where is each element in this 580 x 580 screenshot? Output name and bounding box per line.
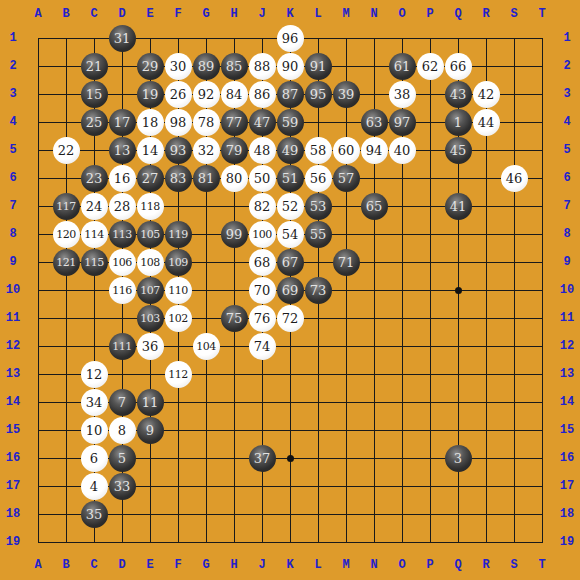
stone-black[interactable]: 43: [445, 81, 472, 108]
move-number: 74: [254, 340, 271, 353]
move-number: 120: [56, 229, 76, 240]
move-number: 73: [310, 284, 327, 297]
stone-black[interactable]: 33: [109, 473, 136, 500]
move-number: 26: [170, 88, 187, 101]
stone-black[interactable]: 27: [137, 165, 164, 192]
stone-black[interactable]: 51: [277, 165, 304, 192]
move-number: 36: [142, 340, 159, 353]
move-number: 39: [338, 88, 355, 101]
stone-black[interactable]: 45: [445, 137, 472, 164]
stone-black[interactable]: 121: [53, 249, 80, 276]
stone-black[interactable]: 93: [165, 137, 192, 164]
stone-white[interactable]: 100: [249, 221, 276, 248]
move-number: 91: [310, 60, 327, 73]
stone-white[interactable]: 112: [165, 361, 192, 388]
move-number: 103: [140, 313, 160, 324]
stone-black[interactable]: 105: [137, 221, 164, 248]
stone-white[interactable]: 6: [81, 445, 108, 472]
coord-label: 12: [0, 332, 26, 360]
stone-black[interactable]: 35: [81, 501, 108, 528]
move-number: 41: [450, 200, 467, 213]
move-number: 89: [198, 60, 215, 73]
move-number: 59: [282, 116, 299, 129]
coord-label: 16: [0, 444, 26, 472]
stone-white[interactable]: 18: [137, 109, 164, 136]
stone-black[interactable]: 11: [137, 389, 164, 416]
stone-white[interactable]: 30: [165, 53, 192, 80]
move-number: 118: [140, 201, 160, 212]
move-number: 11: [142, 396, 159, 409]
coord-label: 12: [554, 332, 580, 360]
stone-white[interactable]: 36: [137, 333, 164, 360]
move-number: 37: [254, 452, 271, 465]
stone-black[interactable]: 109: [165, 249, 192, 276]
move-number: 54: [282, 228, 299, 241]
go-board[interactable]: 1345678910111213141516171819212223242526…: [24, 24, 556, 556]
stone-white[interactable]: 16: [109, 165, 136, 192]
move-number: 105: [140, 229, 160, 240]
stone-black[interactable]: 99: [221, 221, 248, 248]
move-number: 92: [198, 88, 215, 101]
stone-black[interactable]: 83: [165, 165, 192, 192]
move-number: 31: [114, 32, 131, 45]
move-number: 23: [86, 172, 103, 185]
coord-label: 3: [0, 80, 26, 108]
move-number: 15: [86, 88, 103, 101]
move-number: 63: [366, 116, 383, 129]
move-number: 72: [282, 312, 299, 325]
stone-black[interactable]: 5: [109, 445, 136, 472]
coord-label: 13: [554, 360, 580, 388]
move-number: 25: [86, 116, 103, 129]
move-number: 55: [310, 228, 327, 241]
move-number: 79: [226, 144, 243, 157]
move-number: 45: [450, 144, 467, 157]
coord-label: 4: [554, 108, 580, 136]
move-number: 114: [84, 229, 104, 240]
stone-black[interactable]: 107: [137, 277, 164, 304]
stone-white[interactable]: 110: [165, 277, 192, 304]
stone-black[interactable]: 117: [53, 193, 80, 220]
move-number: 33: [114, 480, 131, 493]
stone-black[interactable]: 3: [445, 445, 472, 472]
coord-label: 2: [0, 52, 26, 80]
coord-label: 14: [554, 388, 580, 416]
stone-white[interactable]: 84: [221, 81, 248, 108]
stone-white[interactable]: 120: [53, 221, 80, 248]
move-number: 12: [86, 368, 103, 381]
row-labels-left: 12345678910111213141516171819: [0, 24, 26, 556]
move-number: 117: [56, 201, 76, 212]
move-number: 57: [338, 172, 355, 185]
go-board-screen: ABCDEFGHJKLMNOPQRST ABCDEFGHJKLMNOPQRST …: [0, 0, 580, 580]
move-number: 3: [454, 452, 462, 465]
stone-white[interactable]: 56: [305, 165, 332, 192]
coord-label: 15: [0, 416, 26, 444]
move-number: 94: [366, 144, 383, 157]
move-number: 76: [254, 312, 271, 325]
stone-black[interactable]: 87: [277, 81, 304, 108]
move-number: 98: [170, 116, 187, 129]
move-number: 96: [282, 32, 299, 45]
move-number: 49: [282, 144, 299, 157]
move-number: 52: [282, 200, 299, 213]
stone-white[interactable]: 38: [389, 81, 416, 108]
stone-white[interactable]: 24: [81, 193, 108, 220]
stone-white[interactable]: 14: [137, 137, 164, 164]
move-number: 56: [310, 172, 327, 185]
stone-black[interactable]: 17: [109, 109, 136, 136]
move-number: 86: [254, 88, 271, 101]
move-number: 21: [86, 60, 103, 73]
move-number: 8: [118, 424, 126, 437]
stone-white[interactable]: 50: [249, 165, 276, 192]
move-number: 107: [140, 285, 160, 296]
stone-white[interactable]: 44: [473, 109, 500, 136]
move-number: 44: [478, 116, 495, 129]
stone-black[interactable]: 23: [81, 165, 108, 192]
coord-label: 17: [554, 472, 580, 500]
move-number: 4: [90, 480, 98, 493]
stone-white[interactable]: 72: [277, 305, 304, 332]
move-number: 69: [282, 284, 299, 297]
move-number: 10: [86, 424, 103, 437]
move-number: 81: [198, 172, 215, 185]
coord-label: 14: [0, 388, 26, 416]
stone-white[interactable]: 96: [277, 25, 304, 52]
row-labels-right: 12345678910111213141516171819: [554, 24, 580, 556]
stone-black[interactable]: 75: [221, 305, 248, 332]
move-number: 83: [170, 172, 187, 185]
stone-white[interactable]: 10: [81, 417, 108, 444]
stone-white[interactable]: 80: [221, 165, 248, 192]
stone-black[interactable]: 77: [221, 109, 248, 136]
stone-white[interactable]: 42: [473, 81, 500, 108]
stone-white[interactable]: 32: [193, 137, 220, 164]
move-number: 78: [198, 116, 215, 129]
stone-white[interactable]: 26: [165, 81, 192, 108]
coord-label: 7: [554, 192, 580, 220]
move-number: 100: [252, 229, 272, 240]
move-number: 102: [168, 313, 188, 324]
coord-label: 2: [554, 52, 580, 80]
coord-label: 18: [0, 500, 26, 528]
stone-white[interactable]: 12: [81, 361, 108, 388]
stone-black[interactable]: 115: [81, 249, 108, 276]
stone-black[interactable]: 29: [137, 53, 164, 80]
move-number: 97: [394, 116, 411, 129]
move-number: 111: [112, 341, 132, 352]
move-number: 30: [170, 60, 187, 73]
move-number: 71: [338, 256, 355, 269]
stone-white[interactable]: 34: [81, 389, 108, 416]
stone-black[interactable]: 49: [277, 137, 304, 164]
move-number: 9: [146, 424, 154, 437]
stone-black[interactable]: 89: [193, 53, 220, 80]
move-number: 32: [198, 144, 215, 157]
move-number: 1: [454, 116, 462, 129]
stone-black[interactable]: 79: [221, 137, 248, 164]
stone-white[interactable]: 76: [249, 305, 276, 332]
stone-black[interactable]: 13: [109, 137, 136, 164]
stone-black[interactable]: 55: [305, 221, 332, 248]
stone-white[interactable]: 70: [249, 277, 276, 304]
stone-black[interactable]: 81: [193, 165, 220, 192]
stone-white[interactable]: 62: [417, 53, 444, 80]
stone-black[interactable]: 7: [109, 389, 136, 416]
stone-black[interactable]: 19: [137, 81, 164, 108]
move-number: 95: [310, 88, 327, 101]
stone-black[interactable]: 97: [389, 109, 416, 136]
move-number: 50: [254, 172, 271, 185]
move-number: 53: [310, 200, 327, 213]
stone-black[interactable]: 25: [81, 109, 108, 136]
move-number: 65: [366, 200, 383, 213]
stone-white[interactable]: 22: [53, 137, 80, 164]
stone-black[interactable]: 1: [445, 109, 472, 136]
stone-white[interactable]: 40: [389, 137, 416, 164]
move-number: 43: [450, 88, 467, 101]
stone-black[interactable]: 53: [305, 193, 332, 220]
stone-black[interactable]: 103: [137, 305, 164, 332]
coord-label: 5: [0, 136, 26, 164]
move-number: 116: [112, 285, 132, 296]
move-number: 17: [114, 116, 131, 129]
move-number: 77: [226, 116, 243, 129]
move-number: 75: [226, 312, 243, 325]
move-number: 29: [142, 60, 159, 73]
stone-black[interactable]: 57: [333, 165, 360, 192]
move-number: 28: [114, 200, 131, 213]
stone-black[interactable]: 61: [389, 53, 416, 80]
move-number: 82: [254, 200, 271, 213]
stone-black[interactable]: 9: [137, 417, 164, 444]
move-number: 110: [168, 285, 188, 296]
move-number: 70: [254, 284, 271, 297]
move-number: 87: [282, 88, 299, 101]
move-number: 35: [86, 508, 103, 521]
stone-white[interactable]: 118: [137, 193, 164, 220]
stone-white[interactable]: 90: [277, 53, 304, 80]
move-number: 60: [338, 144, 355, 157]
coord-label: 10: [554, 276, 580, 304]
move-number: 85: [226, 60, 243, 73]
coord-label: 18: [554, 500, 580, 528]
coord-label: 13: [0, 360, 26, 388]
coord-label: 8: [554, 220, 580, 248]
coord-label: 19: [554, 528, 580, 556]
coord-label: 4: [0, 108, 26, 136]
move-number: 104: [196, 341, 216, 352]
move-number: 34: [86, 396, 103, 409]
move-number: 108: [140, 257, 160, 268]
move-number: 99: [226, 228, 243, 241]
stone-white[interactable]: 28: [109, 193, 136, 220]
stone-white[interactable]: 102: [165, 305, 192, 332]
move-number: 48: [254, 144, 271, 157]
move-number: 24: [86, 200, 103, 213]
coord-label: 11: [0, 304, 26, 332]
coord-label: 10: [0, 276, 26, 304]
move-number: 51: [282, 172, 299, 185]
stone-black[interactable]: 65: [361, 193, 388, 220]
coord-label: 6: [0, 164, 26, 192]
stone-white[interactable]: 88: [249, 53, 276, 80]
coord-label: 6: [554, 164, 580, 192]
coord-label: 11: [554, 304, 580, 332]
stone-white[interactable]: 68: [249, 249, 276, 276]
move-number: 5: [118, 452, 126, 465]
stone-white[interactable]: 86: [249, 81, 276, 108]
coord-label: 8: [0, 220, 26, 248]
move-number: 13: [114, 144, 131, 157]
move-number: 47: [254, 116, 271, 129]
stone-black[interactable]: 67: [277, 249, 304, 276]
stone-white[interactable]: 92: [193, 81, 220, 108]
move-number: 84: [226, 88, 243, 101]
move-number: 6: [90, 452, 98, 465]
move-number: 22: [58, 144, 75, 157]
stone-black[interactable]: 41: [445, 193, 472, 220]
stone-black[interactable]: 69: [277, 277, 304, 304]
coord-label: 9: [554, 248, 580, 276]
move-number: 109: [168, 257, 188, 268]
stone-white[interactable]: 78: [193, 109, 220, 136]
move-number: 121: [56, 257, 76, 268]
stone-white[interactable]: 104: [193, 333, 220, 360]
move-number: 106: [112, 257, 132, 268]
stone-white[interactable]: 66: [445, 53, 472, 80]
stone-black[interactable]: 111: [109, 333, 136, 360]
stone-black[interactable]: 59: [277, 109, 304, 136]
stone-black[interactable]: 119: [165, 221, 192, 248]
move-number: 16: [114, 172, 131, 185]
coord-label: 16: [554, 444, 580, 472]
stone-black[interactable]: 73: [305, 277, 332, 304]
coord-label: 1: [0, 24, 26, 52]
coord-label: 1: [554, 24, 580, 52]
stone-white[interactable]: 58: [305, 137, 332, 164]
stone-white[interactable]: 94: [361, 137, 388, 164]
move-number: 42: [478, 88, 495, 101]
stone-white[interactable]: 46: [501, 165, 528, 192]
move-number: 27: [142, 172, 159, 185]
move-number: 19: [142, 88, 159, 101]
stone-black[interactable]: 113: [109, 221, 136, 248]
stone-black[interactable]: 47: [249, 109, 276, 136]
move-number: 93: [170, 144, 187, 157]
move-number: 14: [142, 144, 159, 157]
stone-white[interactable]: 54: [277, 221, 304, 248]
stone-white[interactable]: 48: [249, 137, 276, 164]
move-number: 7: [118, 396, 126, 409]
move-number: 40: [394, 144, 411, 157]
coord-label: 5: [554, 136, 580, 164]
move-number: 62: [422, 60, 439, 73]
coord-label: 7: [0, 192, 26, 220]
stone-black[interactable]: 15: [81, 81, 108, 108]
move-number: 46: [506, 172, 523, 185]
move-number: 68: [254, 256, 271, 269]
stone-white[interactable]: 114: [81, 221, 108, 248]
stone-white[interactable]: 82: [249, 193, 276, 220]
stone-white[interactable]: 98: [165, 109, 192, 136]
stone-black[interactable]: 85: [221, 53, 248, 80]
stone-white[interactable]: 8: [109, 417, 136, 444]
stone-black[interactable]: 31: [109, 25, 136, 52]
stone-black[interactable]: 37: [249, 445, 276, 472]
move-number: 115: [84, 257, 104, 268]
move-number: 18: [142, 116, 159, 129]
coord-label: 17: [0, 472, 26, 500]
stone-black[interactable]: 71: [333, 249, 360, 276]
stone-black[interactable]: 39: [333, 81, 360, 108]
stone-white[interactable]: 116: [109, 277, 136, 304]
coord-label: 9: [0, 248, 26, 276]
move-number: 112: [168, 369, 188, 380]
stone-white[interactable]: 74: [249, 333, 276, 360]
move-number: 38: [394, 88, 411, 101]
move-number: 119: [168, 229, 188, 240]
stone-black[interactable]: 21: [81, 53, 108, 80]
move-number: 67: [282, 256, 299, 269]
stone-white[interactable]: 4: [81, 473, 108, 500]
stone-white[interactable]: 60: [333, 137, 360, 164]
coord-label: 15: [554, 416, 580, 444]
move-number: 90: [282, 60, 299, 73]
stone-white[interactable]: 106: [109, 249, 136, 276]
stone-white[interactable]: 108: [137, 249, 164, 276]
stone-black[interactable]: 63: [361, 109, 388, 136]
move-number: 58: [310, 144, 327, 157]
move-number: 88: [254, 60, 271, 73]
move-number: 66: [450, 60, 467, 73]
coord-label: 3: [554, 80, 580, 108]
stone-black[interactable]: 91: [305, 53, 332, 80]
coord-label: 19: [0, 528, 26, 556]
move-number: 113: [112, 229, 132, 240]
stone-white[interactable]: 52: [277, 193, 304, 220]
stone-black[interactable]: 95: [305, 81, 332, 108]
move-number: 61: [394, 60, 411, 73]
move-number: 80: [226, 172, 243, 185]
